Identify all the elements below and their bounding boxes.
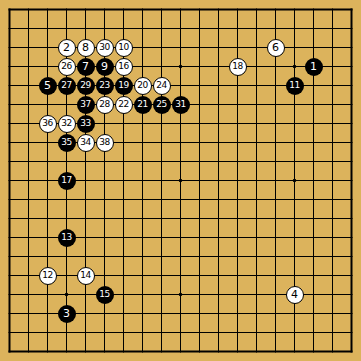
stone-black-25[interactable]: 25 bbox=[153, 96, 171, 114]
stone-black-5[interactable]: 5 bbox=[39, 77, 57, 95]
move-number: 23 bbox=[99, 81, 109, 90]
stone-black-31[interactable]: 31 bbox=[172, 96, 190, 114]
stone-white-4[interactable]: 4 bbox=[286, 286, 304, 304]
stone-white-18[interactable]: 18 bbox=[229, 58, 247, 76]
move-number: 13 bbox=[61, 233, 71, 242]
move-number: 37 bbox=[80, 100, 90, 109]
stone-black-13[interactable]: 13 bbox=[58, 229, 76, 247]
move-number: 27 bbox=[61, 81, 71, 90]
move-number: 15 bbox=[99, 290, 109, 299]
move-number: 22 bbox=[118, 100, 128, 109]
stone-black-19[interactable]: 19 bbox=[115, 77, 133, 95]
move-number: 14 bbox=[80, 271, 90, 280]
move-number: 5 bbox=[44, 80, 51, 91]
go-board[interactable]: 1234567891011121314151617181920212223242… bbox=[0, 0, 361, 361]
move-number: 18 bbox=[232, 62, 242, 71]
move-number: 10 bbox=[118, 43, 128, 52]
move-number: 24 bbox=[156, 81, 166, 90]
stone-black-27[interactable]: 27 bbox=[58, 77, 76, 95]
stone-black-7[interactable]: 7 bbox=[77, 58, 95, 76]
move-number: 29 bbox=[80, 81, 90, 90]
stone-black-11[interactable]: 11 bbox=[286, 77, 304, 95]
stone-white-24[interactable]: 24 bbox=[153, 77, 171, 95]
move-number: 25 bbox=[156, 100, 166, 109]
stone-black-21[interactable]: 21 bbox=[134, 96, 152, 114]
move-number: 11 bbox=[289, 81, 299, 90]
move-number: 2 bbox=[63, 42, 70, 53]
stone-black-29[interactable]: 29 bbox=[77, 77, 95, 95]
stone-white-16[interactable]: 16 bbox=[115, 58, 133, 76]
move-number: 21 bbox=[137, 100, 147, 109]
stone-white-30[interactable]: 30 bbox=[96, 39, 114, 57]
stone-black-37[interactable]: 37 bbox=[77, 96, 95, 114]
stone-white-32[interactable]: 32 bbox=[58, 115, 76, 133]
move-number: 34 bbox=[80, 138, 90, 147]
move-number: 31 bbox=[175, 100, 185, 109]
move-number: 6 bbox=[272, 42, 279, 53]
move-number: 32 bbox=[61, 119, 71, 128]
move-number: 3 bbox=[63, 308, 70, 319]
move-number: 4 bbox=[291, 289, 298, 300]
move-number: 9 bbox=[101, 61, 108, 72]
stone-black-9[interactable]: 9 bbox=[96, 58, 114, 76]
move-number: 20 bbox=[137, 81, 147, 90]
move-number: 33 bbox=[80, 119, 90, 128]
stone-white-34[interactable]: 34 bbox=[77, 134, 95, 152]
stone-black-17[interactable]: 17 bbox=[58, 172, 76, 190]
move-number: 7 bbox=[82, 61, 89, 72]
move-number: 38 bbox=[99, 138, 109, 147]
move-number: 36 bbox=[42, 119, 52, 128]
stone-white-6[interactable]: 6 bbox=[267, 39, 285, 57]
stone-black-33[interactable]: 33 bbox=[77, 115, 95, 133]
move-number: 1 bbox=[310, 61, 317, 72]
move-number: 28 bbox=[99, 100, 109, 109]
stone-white-28[interactable]: 28 bbox=[96, 96, 114, 114]
move-number: 12 bbox=[42, 271, 52, 280]
stone-black-23[interactable]: 23 bbox=[96, 77, 114, 95]
move-number: 16 bbox=[118, 62, 128, 71]
stone-white-36[interactable]: 36 bbox=[39, 115, 57, 133]
stone-black-1[interactable]: 1 bbox=[305, 58, 323, 76]
stone-white-2[interactable]: 2 bbox=[58, 39, 76, 57]
stone-white-38[interactable]: 38 bbox=[96, 134, 114, 152]
move-number: 35 bbox=[61, 138, 71, 147]
move-number: 17 bbox=[61, 176, 71, 185]
stone-white-20[interactable]: 20 bbox=[134, 77, 152, 95]
stone-black-15[interactable]: 15 bbox=[96, 286, 114, 304]
stone-black-35[interactable]: 35 bbox=[58, 134, 76, 152]
move-number: 30 bbox=[99, 43, 109, 52]
move-number: 26 bbox=[61, 62, 71, 71]
stone-white-10[interactable]: 10 bbox=[115, 39, 133, 57]
stone-white-26[interactable]: 26 bbox=[58, 58, 76, 76]
stone-white-22[interactable]: 22 bbox=[115, 96, 133, 114]
stone-black-3[interactable]: 3 bbox=[58, 305, 76, 323]
stone-white-14[interactable]: 14 bbox=[77, 267, 95, 285]
stone-white-12[interactable]: 12 bbox=[39, 267, 57, 285]
stones-layer: 1234567891011121314151617181920212223242… bbox=[0, 0, 361, 361]
stone-white-8[interactable]: 8 bbox=[77, 39, 95, 57]
move-number: 8 bbox=[82, 42, 89, 53]
move-number: 19 bbox=[118, 81, 128, 90]
